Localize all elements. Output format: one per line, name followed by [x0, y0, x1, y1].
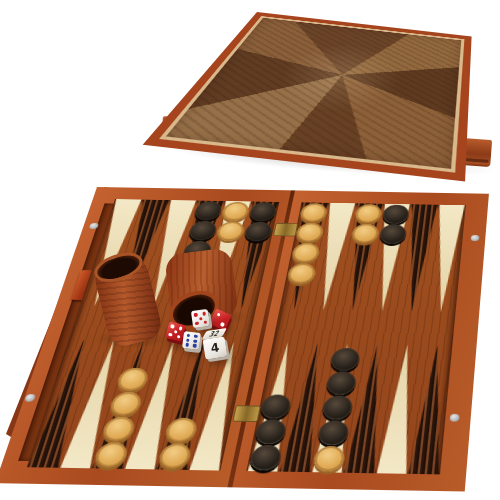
checker-wood[interactable] — [221, 202, 251, 221]
quadrant-top-right — [280, 202, 466, 312]
checker-black[interactable] — [193, 201, 223, 220]
brass-hinge — [273, 223, 298, 236]
die-pip — [185, 343, 189, 347]
die-pip — [202, 312, 206, 316]
checker-black[interactable] — [188, 221, 219, 241]
checker-wood[interactable] — [286, 263, 316, 284]
die-pip — [203, 320, 207, 324]
die-pip — [194, 334, 198, 338]
checker-wood[interactable] — [312, 446, 345, 472]
checker-black[interactable] — [244, 222, 274, 242]
checker-black[interactable] — [325, 371, 357, 395]
doubling-cube-front-value: 4 — [210, 340, 220, 355]
quadrant-bottom-right — [246, 342, 452, 474]
white-die[interactable] — [191, 309, 210, 328]
open-board-group — [0, 150, 500, 500]
die-pip — [195, 321, 199, 325]
checker-wood[interactable] — [157, 443, 193, 469]
die-pip — [170, 324, 174, 328]
die-pip — [199, 317, 203, 321]
checker-wood[interactable] — [164, 418, 199, 443]
checker-black[interactable] — [317, 420, 350, 445]
checker-black[interactable] — [321, 395, 353, 419]
checker-black[interactable] — [379, 224, 407, 244]
die-pip — [173, 329, 177, 333]
die-pip — [168, 332, 172, 336]
checker-wood[interactable] — [216, 221, 246, 241]
product-photo-backgammon-set: 32 4 — [0, 0, 500, 500]
die-pip — [216, 312, 220, 316]
checker-wood[interactable] — [354, 204, 382, 223]
checker-black[interactable] — [382, 205, 410, 224]
checker-black[interactable] — [248, 202, 278, 221]
checker-stack — [379, 205, 410, 244]
die-pip — [186, 338, 190, 342]
board-plan — [0, 187, 489, 491]
checker-black[interactable] — [329, 348, 360, 371]
die-pip — [194, 313, 198, 317]
checker-wood[interactable] — [351, 224, 380, 244]
checker-black[interactable] — [259, 394, 292, 418]
checker-wood[interactable] — [290, 243, 320, 263]
die-pip — [220, 322, 224, 326]
brass-hinge — [232, 405, 261, 422]
checker-wood[interactable] — [295, 223, 324, 243]
checker-black[interactable] — [253, 419, 287, 444]
die-pip — [178, 326, 182, 330]
die-pip — [193, 344, 197, 348]
die-pip — [186, 333, 190, 337]
checker-black[interactable] — [248, 445, 282, 471]
die-pip — [176, 334, 180, 338]
checker-wood[interactable] — [299, 203, 328, 222]
white-die[interactable] — [182, 331, 201, 350]
die-pip — [193, 339, 197, 343]
doubling-cube[interactable]: 32 4 — [203, 336, 228, 359]
